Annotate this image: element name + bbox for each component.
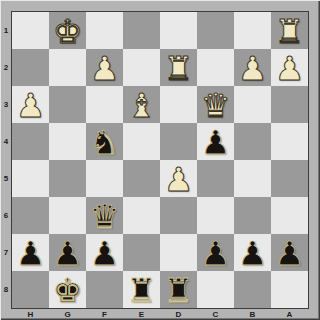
square-h4[interactable] xyxy=(12,123,49,160)
square-c7[interactable]: ♟ xyxy=(197,234,234,271)
black-pawn-a7[interactable]: ♟ xyxy=(275,235,305,272)
square-a6[interactable] xyxy=(271,197,308,234)
square-c5[interactable] xyxy=(197,160,234,197)
square-e3[interactable]: ♝ xyxy=(123,86,160,123)
square-a4[interactable] xyxy=(271,123,308,160)
square-g4[interactable] xyxy=(49,123,86,160)
square-e6[interactable] xyxy=(123,197,160,234)
square-f6[interactable]: ♛ xyxy=(86,197,123,234)
square-d6[interactable] xyxy=(160,197,197,234)
square-h3[interactable]: ♟ xyxy=(12,86,49,123)
white-rook-a1[interactable]: ♜ xyxy=(275,13,305,50)
square-b3[interactable] xyxy=(234,86,271,123)
white-pawn-a2[interactable]: ♟ xyxy=(275,50,305,87)
black-pawn-c7[interactable]: ♟ xyxy=(201,235,231,272)
white-pawn-d5[interactable]: ♟ xyxy=(164,161,194,198)
file-label-c: C xyxy=(197,308,234,320)
square-e5[interactable] xyxy=(123,160,160,197)
square-b7[interactable]: ♟ xyxy=(234,234,271,271)
square-d3[interactable] xyxy=(160,86,197,123)
black-rook-d8[interactable]: ♜ xyxy=(164,272,194,309)
rank-label-2: 2 xyxy=(0,49,12,86)
white-pawn-f2[interactable]: ♟ xyxy=(90,50,120,87)
chess-diagram: 12345678 ♚♜♟♜♟♟♟♝♛♞♟♟♛♟♟♟♟♟♟♚♜♜ HGFEDCBA xyxy=(0,0,320,320)
square-a5[interactable] xyxy=(271,160,308,197)
square-h7[interactable]: ♟ xyxy=(12,234,49,271)
square-g3[interactable] xyxy=(49,86,86,123)
square-g1[interactable]: ♚ xyxy=(49,12,86,49)
square-d1[interactable] xyxy=(160,12,197,49)
rank-label-6: 6 xyxy=(0,197,12,234)
white-pawn-h3[interactable]: ♟ xyxy=(16,87,46,124)
white-pawn-b2[interactable]: ♟ xyxy=(238,50,268,87)
square-a2[interactable]: ♟ xyxy=(271,49,308,86)
square-h2[interactable] xyxy=(12,49,49,86)
file-label-a: A xyxy=(271,308,308,320)
black-pawn-g7[interactable]: ♟ xyxy=(53,235,83,272)
square-g7[interactable]: ♟ xyxy=(49,234,86,271)
square-f2[interactable]: ♟ xyxy=(86,49,123,86)
square-b4[interactable] xyxy=(234,123,271,160)
square-h1[interactable] xyxy=(12,12,49,49)
file-label-e: E xyxy=(123,308,160,320)
square-f8[interactable] xyxy=(86,271,123,308)
square-d2[interactable]: ♜ xyxy=(160,49,197,86)
square-c1[interactable] xyxy=(197,12,234,49)
square-e8[interactable]: ♜ xyxy=(123,271,160,308)
rank-label-3: 3 xyxy=(0,86,12,123)
square-e7[interactable] xyxy=(123,234,160,271)
square-g5[interactable] xyxy=(49,160,86,197)
square-f5[interactable] xyxy=(86,160,123,197)
white-bishop-e3[interactable]: ♝ xyxy=(127,87,157,124)
rank-label-4: 4 xyxy=(0,123,12,160)
file-label-b: B xyxy=(234,308,271,320)
white-king-g1[interactable]: ♚ xyxy=(53,13,83,50)
square-f4[interactable]: ♞ xyxy=(86,123,123,160)
square-d7[interactable] xyxy=(160,234,197,271)
white-queen-c3[interactable]: ♛ xyxy=(201,87,231,124)
square-g8[interactable]: ♚ xyxy=(49,271,86,308)
square-a7[interactable]: ♟ xyxy=(271,234,308,271)
square-f1[interactable] xyxy=(86,12,123,49)
square-c2[interactable] xyxy=(197,49,234,86)
file-label-h: H xyxy=(12,308,49,320)
square-f7[interactable]: ♟ xyxy=(86,234,123,271)
square-c3[interactable]: ♛ xyxy=(197,86,234,123)
black-knight-f4[interactable]: ♞ xyxy=(90,124,120,161)
rank-labels: 12345678 xyxy=(0,12,12,308)
file-labels: HGFEDCBA xyxy=(12,308,308,320)
file-label-f: F xyxy=(86,308,123,320)
square-c6[interactable] xyxy=(197,197,234,234)
square-c8[interactable] xyxy=(197,271,234,308)
black-king-g8[interactable]: ♚ xyxy=(53,272,83,309)
square-b5[interactable] xyxy=(234,160,271,197)
square-d4[interactable] xyxy=(160,123,197,160)
square-g2[interactable] xyxy=(49,49,86,86)
rank-label-1: 1 xyxy=(0,12,12,49)
black-pawn-b7[interactable]: ♟ xyxy=(238,235,268,272)
square-h5[interactable] xyxy=(12,160,49,197)
square-b2[interactable]: ♟ xyxy=(234,49,271,86)
square-f3[interactable] xyxy=(86,86,123,123)
file-label-g: G xyxy=(49,308,86,320)
chess-board: ♚♜♟♜♟♟♟♝♛♞♟♟♛♟♟♟♟♟♟♚♜♜ xyxy=(12,12,308,308)
square-b1[interactable] xyxy=(234,12,271,49)
square-c4[interactable]: ♟ xyxy=(197,123,234,160)
square-a3[interactable] xyxy=(271,86,308,123)
square-a8[interactable] xyxy=(271,271,308,308)
rank-label-8: 8 xyxy=(0,271,12,308)
square-b6[interactable] xyxy=(234,197,271,234)
square-b8[interactable] xyxy=(234,271,271,308)
square-d5[interactable]: ♟ xyxy=(160,160,197,197)
black-pawn-c4[interactable]: ♟ xyxy=(201,124,231,161)
square-d8[interactable]: ♜ xyxy=(160,271,197,308)
square-e1[interactable] xyxy=(123,12,160,49)
black-pawn-f7[interactable]: ♟ xyxy=(90,235,120,272)
square-h6[interactable] xyxy=(12,197,49,234)
rank-label-5: 5 xyxy=(0,160,12,197)
file-label-d: D xyxy=(160,308,197,320)
square-e4[interactable] xyxy=(123,123,160,160)
black-pawn-h7[interactable]: ♟ xyxy=(16,235,46,272)
rank-label-7: 7 xyxy=(0,234,12,271)
square-e2[interactable] xyxy=(123,49,160,86)
white-rook-d2[interactable]: ♜ xyxy=(164,50,194,87)
black-rook-e8[interactable]: ♜ xyxy=(127,272,157,309)
square-a1[interactable]: ♜ xyxy=(271,12,308,49)
square-g6[interactable] xyxy=(49,197,86,234)
black-queen-f6[interactable]: ♛ xyxy=(90,198,120,235)
square-h8[interactable] xyxy=(12,271,49,308)
